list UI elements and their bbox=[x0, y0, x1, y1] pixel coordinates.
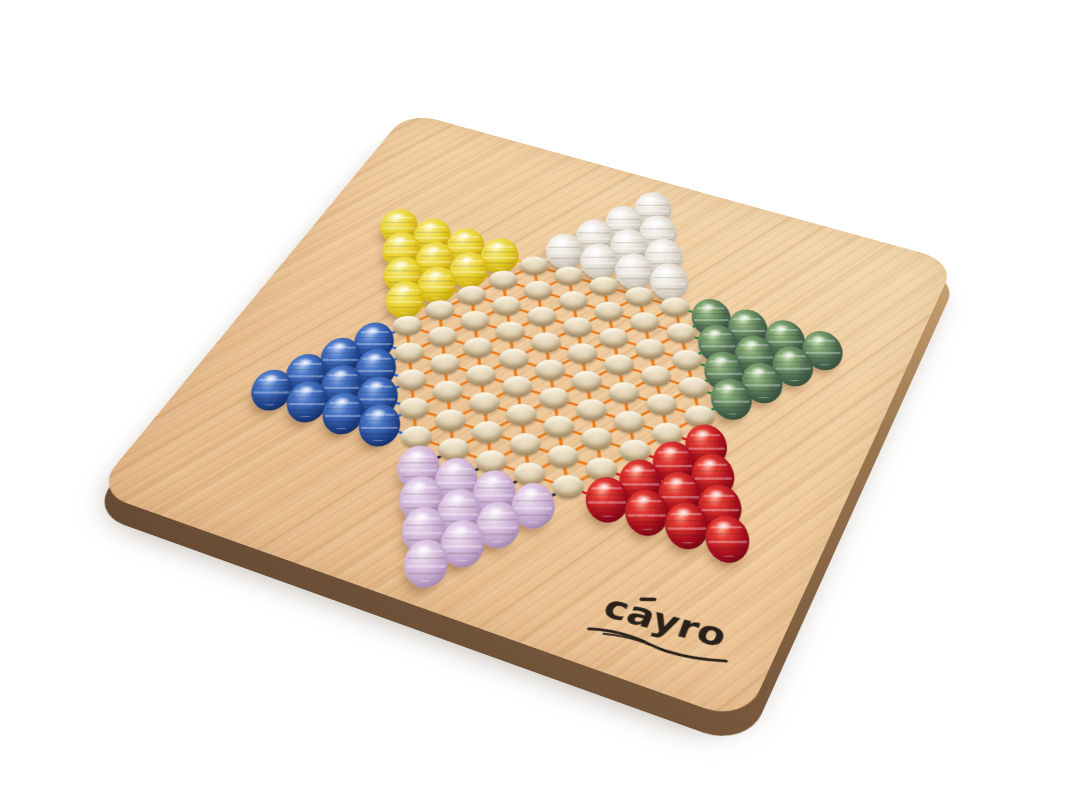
dimple bbox=[567, 368, 607, 396]
dimple bbox=[461, 361, 501, 389]
hole-r8-c6[interactable] bbox=[608, 379, 640, 407]
hole-r12-c11[interactable] bbox=[670, 510, 704, 542]
dimple bbox=[420, 298, 459, 324]
dimple bbox=[427, 378, 468, 406]
hole-r3-c1[interactable] bbox=[584, 249, 614, 274]
dimple bbox=[558, 314, 597, 340]
hole-r5-c4[interactable] bbox=[522, 278, 553, 303]
hole-r14-c2[interactable] bbox=[480, 509, 515, 541]
hole-r10-c4[interactable] bbox=[467, 389, 500, 418]
dimple bbox=[538, 412, 579, 441]
scene: cayro bbox=[0, 0, 1067, 800]
hole-r5-c2[interactable] bbox=[453, 258, 484, 283]
hole-r12-c1[interactable] bbox=[289, 388, 324, 417]
dimple bbox=[674, 374, 713, 402]
dimple bbox=[487, 293, 526, 319]
dimple bbox=[515, 253, 553, 278]
dimple bbox=[425, 350, 465, 377]
hole-r8-c3[interactable] bbox=[497, 345, 529, 372]
board-face: cayro bbox=[94, 112, 955, 723]
dimple bbox=[494, 345, 534, 372]
hole-r11-c7[interactable] bbox=[546, 442, 580, 472]
hole-r6-c5[interactable] bbox=[562, 314, 593, 340]
hole-r5-c6[interactable] bbox=[593, 299, 624, 325]
dimple bbox=[631, 336, 670, 363]
marble-red[interactable] bbox=[585, 477, 629, 523]
hole-r7-c5[interactable] bbox=[566, 340, 598, 367]
dimple bbox=[625, 309, 663, 335]
marble-red[interactable] bbox=[704, 516, 752, 563]
hole-r7-c7[interactable] bbox=[640, 363, 672, 391]
hole-r11-c5[interactable] bbox=[471, 418, 505, 447]
hole-r7-c2[interactable] bbox=[459, 308, 491, 334]
hole-r3-c3[interactable] bbox=[654, 269, 684, 294]
dimple bbox=[554, 288, 592, 314]
dimple bbox=[609, 407, 649, 436]
dimple bbox=[522, 303, 561, 329]
hole-r12-c9[interactable] bbox=[590, 484, 624, 515]
hole-r6-c6[interactable] bbox=[598, 325, 629, 352]
marble-white[interactable] bbox=[580, 243, 619, 279]
hole-r4-c12[interactable] bbox=[808, 337, 838, 364]
hole-r7-c3[interactable] bbox=[494, 319, 526, 346]
hole-r11-c3[interactable] bbox=[397, 394, 431, 423]
hole-r10-c2[interactable] bbox=[395, 366, 429, 394]
hole-r9-c7[interactable] bbox=[613, 407, 646, 436]
hole-r8-c5[interactable] bbox=[571, 368, 603, 396]
marble-white[interactable] bbox=[649, 263, 690, 299]
hole-r10-c7[interactable] bbox=[580, 424, 613, 454]
hole-r6-c1[interactable] bbox=[421, 272, 453, 297]
hole-r10-c5[interactable] bbox=[504, 401, 537, 430]
dimple bbox=[519, 278, 557, 303]
dimple bbox=[455, 308, 494, 334]
dimple bbox=[458, 334, 498, 361]
dimple bbox=[430, 406, 471, 435]
dimple bbox=[526, 330, 565, 357]
dimple bbox=[642, 390, 682, 419]
dimple bbox=[542, 442, 583, 472]
hole-r8-c4[interactable] bbox=[534, 356, 566, 384]
hole-r9-c3[interactable] bbox=[464, 361, 497, 389]
dimple bbox=[530, 356, 570, 384]
hole-r12-c10[interactable] bbox=[630, 497, 664, 529]
hole-r7-c4[interactable] bbox=[530, 329, 562, 356]
hole-r6-c7[interactable] bbox=[634, 336, 665, 363]
hole-r6-c4[interactable] bbox=[526, 303, 558, 329]
hole-r15-c1[interactable] bbox=[444, 527, 480, 560]
dimple bbox=[594, 325, 633, 352]
hole-r6-c10[interactable] bbox=[747, 369, 778, 397]
hole-r5-c5[interactable] bbox=[558, 288, 589, 314]
dimple bbox=[590, 299, 628, 325]
hole-r12-c12[interactable] bbox=[710, 523, 744, 556]
hole-r5-c11[interactable] bbox=[778, 353, 808, 381]
hole-r8-c2[interactable] bbox=[461, 334, 494, 361]
hole-r11-c4[interactable] bbox=[433, 406, 467, 435]
hole-r12-c2[interactable] bbox=[325, 399, 360, 428]
hole-r7-c0[interactable] bbox=[389, 287, 421, 313]
hole-r16-c0[interactable] bbox=[408, 547, 445, 580]
hole-r9-c2[interactable] bbox=[428, 350, 461, 377]
marble-white[interactable] bbox=[614, 253, 654, 289]
hole-r8-c1[interactable] bbox=[426, 323, 459, 350]
hole-r9-c5[interactable] bbox=[538, 384, 571, 412]
dimple bbox=[636, 363, 675, 391]
dimple bbox=[464, 389, 505, 417]
dimple bbox=[467, 418, 508, 447]
hole-r5-c7[interactable] bbox=[629, 309, 660, 335]
hole-r6-c3[interactable] bbox=[491, 293, 523, 319]
hole-r10-c3[interactable] bbox=[431, 378, 465, 406]
dimple bbox=[604, 379, 644, 407]
dimple bbox=[668, 347, 707, 374]
hole-r3-c2[interactable] bbox=[619, 259, 649, 284]
hole-r7-c9[interactable] bbox=[715, 385, 746, 413]
dimple bbox=[501, 401, 542, 430]
hole-r9-c4[interactable] bbox=[501, 373, 534, 401]
chinese-checkers-board: cayro bbox=[94, 112, 955, 723]
dimple bbox=[504, 430, 545, 460]
dimple bbox=[452, 283, 490, 308]
dimple bbox=[422, 324, 462, 351]
hole-r10-c6[interactable] bbox=[542, 412, 575, 441]
hole-r13-c3[interactable] bbox=[516, 490, 551, 522]
logo-accent-mark bbox=[640, 597, 657, 600]
dimple bbox=[497, 373, 537, 401]
hole-r12-c0[interactable] bbox=[254, 376, 289, 404]
dimple bbox=[534, 384, 574, 412]
hole-r6-c8[interactable] bbox=[671, 347, 702, 374]
hole-r7-c6[interactable] bbox=[603, 351, 635, 378]
hole-r5-c8[interactable] bbox=[666, 320, 697, 347]
hole-r9-c6[interactable] bbox=[575, 395, 608, 424]
hole-r11-c6[interactable] bbox=[508, 430, 542, 460]
dimple bbox=[599, 351, 638, 378]
hole-r3-c0[interactable] bbox=[549, 239, 579, 263]
dimple bbox=[662, 320, 700, 346]
dimple bbox=[550, 263, 588, 288]
hole-r7-c8[interactable] bbox=[677, 374, 708, 402]
dimple bbox=[490, 319, 529, 345]
dimple bbox=[562, 340, 601, 367]
hole-r12-c3[interactable] bbox=[362, 411, 397, 440]
dimple bbox=[576, 424, 617, 454]
hole-r9-c1[interactable] bbox=[393, 339, 426, 366]
hole-r12-c8[interactable] bbox=[551, 472, 585, 503]
hole-r8-c7[interactable] bbox=[646, 390, 678, 419]
dimple bbox=[571, 396, 611, 425]
marble-white[interactable] bbox=[546, 234, 584, 269]
hole-r4-c3[interactable] bbox=[484, 243, 515, 267]
hole-r4-c4[interactable] bbox=[519, 253, 550, 278]
